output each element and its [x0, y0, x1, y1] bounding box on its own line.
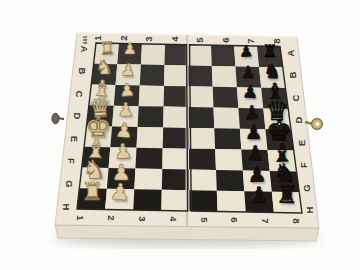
piece-white-pawn-b2[interactable]: ♟	[120, 61, 136, 79]
square-d6[interactable]	[214, 108, 240, 129]
square-d4[interactable]	[163, 107, 189, 128]
square-f4[interactable]	[162, 148, 189, 169]
square-b3[interactable]	[140, 65, 165, 86]
square-c3[interactable]	[139, 85, 164, 106]
square-e3[interactable]	[137, 127, 164, 148]
square-f3[interactable]	[135, 148, 162, 169]
square-e4[interactable]	[163, 127, 189, 148]
square-c6[interactable]	[213, 87, 239, 108]
square-b6[interactable]	[212, 66, 237, 87]
piece-black-pawn-a7[interactable]: ♟	[239, 43, 254, 59]
square-a4[interactable]	[165, 44, 189, 65]
square-h3[interactable]	[133, 189, 162, 210]
square-a5[interactable]	[188, 45, 212, 66]
piece-black-pawn-c7[interactable]: ♟	[242, 83, 258, 101]
square-b5[interactable]	[188, 66, 213, 87]
square-g3[interactable]	[134, 169, 162, 190]
square-a6[interactable]	[211, 45, 236, 66]
piece-white-pawn-h2[interactable]: ♟	[109, 181, 131, 205]
square-d5[interactable]	[189, 107, 215, 128]
square-d3[interactable]	[138, 106, 164, 127]
piece-white-pawn-a2[interactable]: ♟	[123, 41, 137, 57]
right-clasp-hole	[316, 122, 320, 126]
piece-white-pawn-c2[interactable]: ♟	[118, 81, 135, 100]
square-f6[interactable]	[215, 149, 243, 170]
square-h4[interactable]	[161, 190, 189, 211]
square-h6[interactable]	[217, 191, 246, 212]
square-c4[interactable]	[164, 86, 189, 107]
square-a3[interactable]	[141, 44, 165, 65]
piece-black-pawn-b7[interactable]: ♟	[241, 64, 256, 81]
square-g6[interactable]	[216, 170, 244, 191]
square-e5[interactable]	[189, 128, 215, 149]
corner-mark: 088	[82, 36, 87, 45]
piece-black-rook-h8[interactable]: ♜	[275, 182, 298, 208]
piece-black-rook-a8[interactable]: ♜	[262, 43, 278, 60]
square-g5[interactable]	[189, 169, 217, 190]
square-g4[interactable]	[162, 169, 190, 190]
square-h5[interactable]	[189, 190, 217, 211]
square-f5[interactable]	[189, 149, 216, 170]
chess-board	[0, 0, 360, 270]
square-c5[interactable]	[188, 86, 213, 107]
square-b4[interactable]	[164, 65, 188, 86]
piece-black-pawn-d7[interactable]: ♟	[243, 103, 260, 122]
chess-set-photo: ABCDEFGHABCDEFGH1234567812345678 088 ♜♞♝…	[0, 0, 360, 270]
piece-white-rook-a1[interactable]: ♜	[98, 39, 115, 57]
piece-white-rook-h1[interactable]: ♜	[81, 179, 103, 204]
piece-white-pawn-d2[interactable]: ♟	[117, 101, 134, 120]
piece-black-pawn-h7[interactable]: ♟	[249, 184, 269, 207]
square-e6[interactable]	[214, 128, 241, 149]
left-clasp-icon	[52, 113, 59, 123]
